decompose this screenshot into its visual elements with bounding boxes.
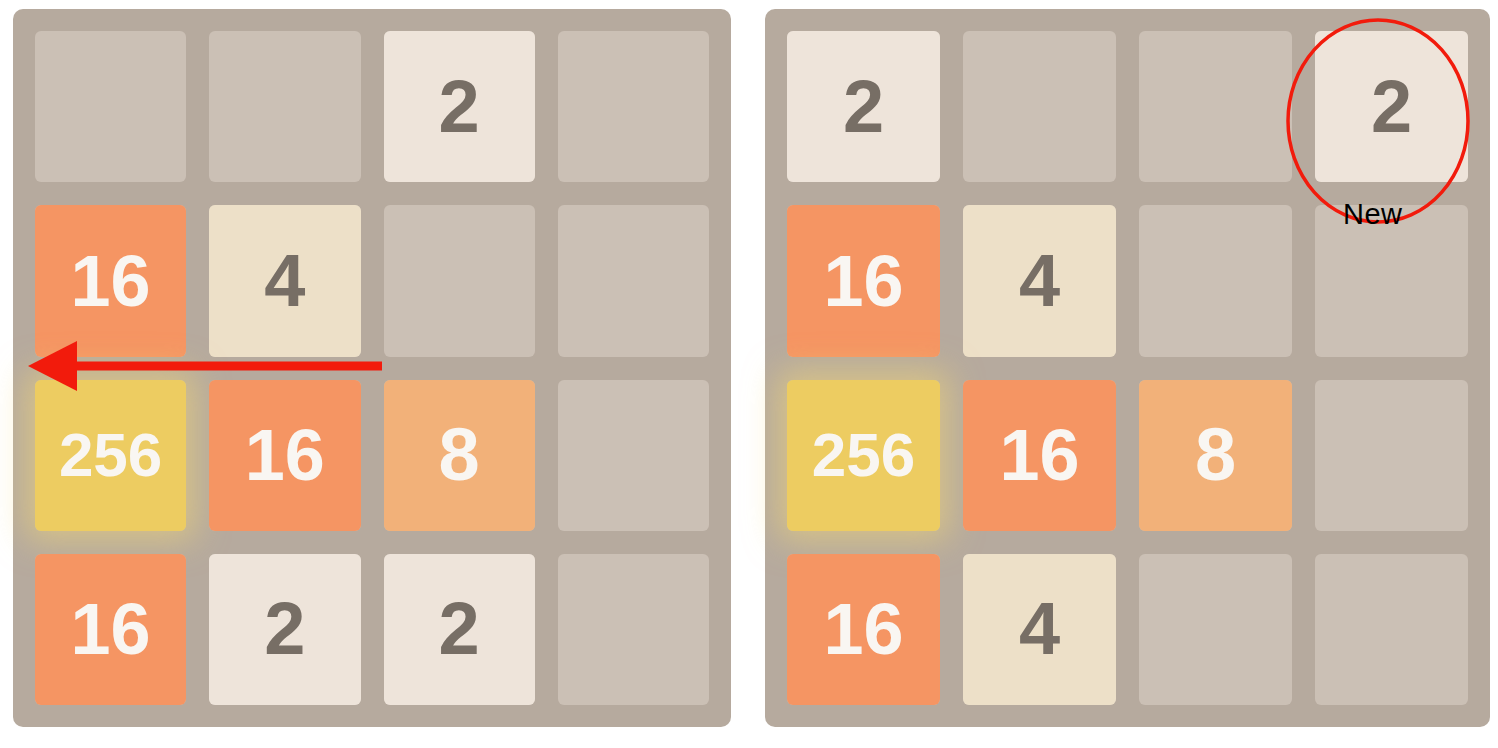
tile-2: 2 (384, 554, 535, 705)
cell-r3c3: 8 (384, 380, 535, 531)
cell-r2c1: 16 (787, 205, 940, 356)
board-before-grid: 21642561681622 (35, 31, 709, 705)
tile-16: 16 (963, 380, 1116, 531)
cell-r4c1: 16 (787, 554, 940, 705)
cell-r4c2: 2 (209, 554, 360, 705)
board-after: 22164256168164 New (765, 9, 1490, 727)
cell-r4c3 (1139, 554, 1292, 705)
cell-r2c2: 4 (963, 205, 1116, 356)
cell-r2c3 (1139, 205, 1292, 356)
cell-r4c2: 4 (963, 554, 1116, 705)
board-before: 21642561681622 (13, 9, 731, 727)
tile-16: 16 (35, 205, 186, 356)
cell-r1c4 (558, 31, 709, 182)
tile-256: 256 (787, 380, 940, 531)
cell-r1c3: 2 (384, 31, 535, 182)
cell-r2c1: 16 (35, 205, 186, 356)
tile-4: 4 (963, 554, 1116, 705)
cell-r3c4 (558, 380, 709, 531)
tutorial-diagram: 21642561681622 22164256168164 New (0, 0, 1498, 748)
cell-r4c1: 16 (35, 554, 186, 705)
cell-r1c1 (35, 31, 186, 182)
cell-r1c2 (209, 31, 360, 182)
new-tile-label: New (1343, 198, 1403, 231)
tile-256: 256 (35, 380, 186, 531)
tile-2: 2 (1315, 31, 1468, 182)
cell-r3c2: 16 (209, 380, 360, 531)
cell-r2c4 (558, 205, 709, 356)
tile-16: 16 (787, 554, 940, 705)
cell-r1c1: 2 (787, 31, 940, 182)
cell-r1c4: 2 (1315, 31, 1468, 182)
cell-r3c4 (1315, 380, 1468, 531)
tile-16: 16 (35, 554, 186, 705)
tile-2: 2 (787, 31, 940, 182)
cell-r3c2: 16 (963, 380, 1116, 531)
cell-r3c1: 256 (35, 380, 186, 531)
board-after-grid: 22164256168164 (787, 31, 1468, 705)
cell-r3c1: 256 (787, 380, 940, 531)
tile-2: 2 (209, 554, 360, 705)
tile-16: 16 (787, 205, 940, 356)
cell-r3c3: 8 (1139, 380, 1292, 531)
tile-2: 2 (384, 31, 535, 182)
tile-4: 4 (963, 205, 1116, 356)
cell-r4c4 (1315, 554, 1468, 705)
cell-r2c2: 4 (209, 205, 360, 356)
cell-r2c3 (384, 205, 535, 356)
tile-8: 8 (384, 380, 535, 531)
cell-r4c3: 2 (384, 554, 535, 705)
cell-r4c4 (558, 554, 709, 705)
cell-r1c3 (1139, 31, 1292, 182)
tile-8: 8 (1139, 380, 1292, 531)
tile-4: 4 (209, 205, 360, 356)
tile-16: 16 (209, 380, 360, 531)
cell-r1c2 (963, 31, 1116, 182)
